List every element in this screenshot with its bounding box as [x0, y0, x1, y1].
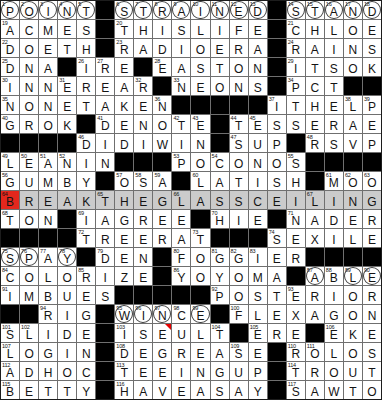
grid-cell[interactable]: O	[230, 286, 248, 304]
grid-cell[interactable]: 75S	[1, 248, 19, 266]
grid-cell[interactable]: G	[77, 305, 95, 323]
grid-cell[interactable]: 5T	[77, 1, 95, 19]
grid-cell[interactable]: 23R	[115, 39, 133, 57]
grid-cell[interactable]: N	[134, 115, 152, 133]
grid-cell[interactable]: 72T	[77, 229, 95, 247]
grid-cell[interactable]: O	[153, 115, 171, 133]
grid-cell[interactable]: W	[325, 381, 343, 399]
grid-cell[interactable]: 11N	[211, 1, 229, 19]
grid-cell[interactable]: 38L	[344, 96, 362, 114]
grid-cell[interactable]: U	[58, 286, 76, 304]
grid-cell[interactable]: S	[211, 191, 229, 209]
grid-cell[interactable]: N	[344, 39, 362, 57]
grid-cell[interactable]: 78Y	[58, 248, 76, 266]
grid-cell[interactable]: V	[153, 381, 171, 399]
grid-cell[interactable]: O	[325, 362, 343, 380]
grid-cell[interactable]: N	[96, 153, 114, 171]
grid-cell[interactable]: 34P	[287, 77, 305, 95]
grid-cell[interactable]: E	[191, 77, 209, 95]
grid-cell[interactable]: O	[211, 77, 229, 95]
grid-cell[interactable]: U	[172, 324, 190, 342]
grid-cell[interactable]: 33N	[172, 77, 190, 95]
grid-cell[interactable]: A	[191, 191, 209, 209]
grid-cell[interactable]: 95W	[115, 305, 133, 323]
grid-cell[interactable]: 42T	[172, 115, 190, 133]
grid-cell[interactable]: E	[172, 381, 190, 399]
grid-cell[interactable]: O	[344, 343, 362, 361]
grid-cell[interactable]: 46D	[77, 134, 95, 152]
grid-cell[interactable]: I	[134, 134, 152, 152]
grid-cell[interactable]: N	[249, 153, 267, 171]
grid-cell[interactable]: E	[344, 210, 362, 228]
grid-cell[interactable]: 22D	[1, 39, 19, 57]
grid-cell[interactable]: A	[134, 39, 152, 57]
grid-cell[interactable]: E	[363, 20, 381, 38]
grid-cell[interactable]: B	[58, 172, 76, 190]
grid-cell[interactable]: T	[287, 96, 305, 114]
grid-cell[interactable]: O	[20, 267, 38, 285]
grid-cell[interactable]: C	[77, 362, 95, 380]
grid-cell[interactable]: I	[172, 362, 190, 380]
grid-cell[interactable]: 109S	[230, 343, 248, 361]
grid-cell[interactable]: I	[172, 39, 190, 57]
grid-cell[interactable]: 2O	[20, 1, 38, 19]
grid-cell[interactable]: E	[77, 324, 95, 342]
grid-cell[interactable]: K	[77, 191, 95, 209]
grid-cell[interactable]: G	[363, 191, 381, 209]
grid-cell[interactable]: 58S	[134, 172, 152, 190]
grid-cell[interactable]: R	[153, 229, 171, 247]
grid-cell[interactable]: P	[249, 362, 267, 380]
grid-cell[interactable]: P	[268, 134, 286, 152]
grid-cell[interactable]: L	[191, 20, 209, 38]
grid-cell[interactable]: R	[325, 115, 343, 133]
grid-cell[interactable]: G	[211, 362, 229, 380]
grid-cell[interactable]: E	[134, 96, 152, 114]
grid-cell[interactable]: 18D	[363, 1, 381, 19]
grid-cell[interactable]: 99E	[191, 305, 209, 323]
grid-cell[interactable]: H	[39, 362, 57, 380]
grid-cell[interactable]: 111O	[306, 343, 324, 361]
grid-cell[interactable]: A	[211, 343, 229, 361]
grid-cell[interactable]: L	[191, 324, 209, 342]
grid-cell[interactable]: E	[287, 324, 305, 342]
grid-cell[interactable]: 70H	[211, 210, 229, 228]
grid-cell[interactable]: E	[363, 115, 381, 133]
grid-cell[interactable]: U	[20, 172, 38, 190]
grid-cell[interactable]: E	[172, 210, 190, 228]
grid-cell[interactable]: S	[325, 58, 343, 76]
grid-cell[interactable]: A	[306, 39, 324, 57]
grid-cell[interactable]: A	[96, 96, 114, 114]
grid-cell[interactable]: V	[344, 134, 362, 152]
grid-cell[interactable]: S	[268, 172, 286, 190]
grid-cell[interactable]: 65T	[96, 191, 114, 209]
grid-cell[interactable]: C	[249, 191, 267, 209]
grid-cell[interactable]: 52N	[58, 153, 76, 171]
grid-cell[interactable]: E	[363, 229, 381, 247]
grid-cell[interactable]: 29I	[287, 58, 305, 76]
grid-cell[interactable]: R	[287, 248, 305, 266]
grid-cell[interactable]: K	[344, 324, 362, 342]
grid-cell[interactable]: E	[287, 229, 305, 247]
grid-cell[interactable]: 105E	[249, 324, 267, 342]
grid-cell[interactable]: 19A	[1, 20, 19, 38]
grid-cell[interactable]: I	[211, 20, 229, 38]
grid-cell[interactable]: 24R	[287, 39, 305, 57]
grid-cell[interactable]: E	[249, 343, 267, 361]
grid-cell[interactable]: U	[230, 362, 248, 380]
grid-cell[interactable]: I	[325, 229, 343, 247]
grid-cell[interactable]: 50E	[20, 153, 38, 171]
grid-cell[interactable]: T	[58, 39, 76, 57]
grid-cell[interactable]: R	[134, 210, 152, 228]
grid-cell[interactable]: S	[230, 191, 248, 209]
grid-cell[interactable]: R	[77, 77, 95, 95]
grid-cell[interactable]: L	[325, 20, 343, 38]
grid-cell[interactable]: 71N	[287, 210, 305, 228]
grid-cell[interactable]: T	[39, 381, 57, 399]
grid-cell[interactable]: 15T	[306, 1, 324, 19]
grid-cell[interactable]: R	[306, 286, 324, 304]
grid-cell[interactable]: S	[363, 343, 381, 361]
grid-cell[interactable]: T	[77, 96, 95, 114]
grid-cell[interactable]: 36N	[153, 96, 171, 114]
grid-cell[interactable]: 80F	[172, 248, 190, 266]
grid-cell[interactable]: 48R	[306, 134, 324, 152]
grid-cell[interactable]: D	[58, 324, 76, 342]
grid-cell[interactable]: A	[115, 77, 133, 95]
grid-cell[interactable]: Y	[77, 381, 95, 399]
grid-cell[interactable]: 102L	[20, 324, 38, 342]
grid-cell[interactable]: E	[268, 248, 286, 266]
grid-cell[interactable]: 68T	[1, 210, 19, 228]
theme-start-red-cell[interactable]: 64B	[1, 191, 19, 209]
grid-cell[interactable]: L	[39, 267, 57, 285]
grid-cell[interactable]: A	[172, 58, 190, 76]
grid-cell[interactable]: K	[58, 115, 76, 133]
grid-cell[interactable]: X	[306, 229, 324, 247]
grid-cell[interactable]: A	[306, 381, 324, 399]
grid-cell[interactable]: H	[306, 20, 324, 38]
grid-cell[interactable]: U	[344, 362, 362, 380]
grid-cell[interactable]: 45E	[249, 115, 267, 133]
grid-cell[interactable]: 30I	[1, 77, 19, 95]
grid-cell[interactable]: E	[134, 229, 152, 247]
grid-cell[interactable]: D	[325, 210, 343, 228]
grid-cell[interactable]: 41D	[96, 115, 114, 133]
grid-cell[interactable]: 14S	[287, 1, 305, 19]
grid-cell[interactable]: 43E	[191, 115, 209, 133]
grid-cell[interactable]: Z	[115, 267, 133, 285]
grid-cell[interactable]: N	[20, 77, 38, 95]
grid-cell[interactable]: C	[20, 20, 38, 38]
grid-cell[interactable]: X	[287, 305, 305, 323]
grid-cell[interactable]: I	[96, 267, 114, 285]
grid-cell[interactable]: N	[39, 210, 57, 228]
grid-cell[interactable]: A	[249, 39, 267, 57]
grid-cell[interactable]: H	[115, 191, 133, 209]
grid-cell[interactable]: E	[249, 20, 267, 38]
grid-cell[interactable]: I	[58, 343, 76, 361]
grid-cell[interactable]: 93E	[287, 286, 305, 304]
grid-cell[interactable]: E	[134, 267, 152, 285]
grid-cell[interactable]: 74S	[268, 229, 286, 247]
grid-cell[interactable]: 13D	[249, 1, 267, 19]
grid-cell[interactable]: E	[268, 305, 286, 323]
grid-cell[interactable]: 21C	[287, 20, 305, 38]
grid-cell[interactable]: R	[20, 191, 38, 209]
grid-cell[interactable]: N	[39, 96, 57, 114]
grid-cell[interactable]: S	[96, 286, 114, 304]
grid-cell[interactable]: G	[153, 343, 171, 361]
grid-cell[interactable]: E	[268, 191, 286, 209]
grid-cell[interactable]: N	[230, 77, 248, 95]
grid-cell[interactable]: O	[191, 248, 209, 266]
grid-cell[interactable]: 1P	[1, 1, 19, 19]
grid-cell[interactable]: G	[153, 191, 171, 209]
grid-cell[interactable]: L	[249, 305, 267, 323]
grid-cell[interactable]: L	[344, 229, 362, 247]
grid-cell[interactable]: R	[306, 362, 324, 380]
grid-cell[interactable]: S	[211, 381, 229, 399]
grid-cell[interactable]: 87A	[306, 267, 324, 285]
grid-cell[interactable]: N	[39, 77, 57, 95]
grid-cell[interactable]: 53P	[172, 153, 190, 171]
grid-cell[interactable]: 20T	[115, 20, 133, 38]
grid-cell[interactable]: E	[153, 324, 171, 342]
grid-cell[interactable]: K	[115, 96, 133, 114]
grid-cell[interactable]: 8R	[153, 1, 171, 19]
grid-cell[interactable]: 16A	[325, 1, 343, 19]
grid-cell[interactable]: 113T	[115, 362, 133, 380]
grid-cell[interactable]: E	[58, 20, 76, 38]
grid-cell[interactable]: R	[230, 39, 248, 57]
grid-cell[interactable]: 37I	[268, 96, 286, 114]
grid-cell[interactable]: 26I	[77, 58, 95, 76]
grid-cell[interactable]: E	[325, 96, 343, 114]
grid-cell[interactable]: 94R	[39, 305, 57, 323]
grid-cell[interactable]: A	[134, 381, 152, 399]
grid-cell[interactable]: 62O	[344, 172, 362, 190]
grid-cell[interactable]: R	[172, 343, 190, 361]
grid-cell[interactable]: 89L	[344, 267, 362, 285]
grid-cell[interactable]: H	[134, 20, 152, 38]
grid-cell[interactable]: 6S	[115, 1, 133, 19]
grid-cell[interactable]: O	[39, 115, 57, 133]
grid-cell[interactable]: 17N	[344, 1, 362, 19]
grid-cell[interactable]: 25D	[1, 58, 19, 76]
grid-cell[interactable]: 55S	[287, 153, 305, 171]
grid-cell[interactable]: N	[134, 248, 152, 266]
grid-cell[interactable]: 85R	[77, 267, 95, 285]
grid-cell[interactable]: 3I	[39, 1, 57, 19]
grid-cell[interactable]: E	[134, 343, 152, 361]
grid-cell[interactable]: 56G	[1, 172, 19, 190]
grid-cell[interactable]: O	[344, 58, 362, 76]
grid-cell[interactable]: M	[39, 20, 57, 38]
grid-cell[interactable]: 117S	[287, 381, 305, 399]
grid-cell[interactable]: 110R	[287, 343, 305, 361]
grid-cell[interactable]: 82G	[230, 248, 248, 266]
grid-cell[interactable]: 44T	[230, 115, 248, 133]
grid-cell[interactable]: E	[134, 362, 152, 380]
grid-cell[interactable]: E	[134, 191, 152, 209]
grid-cell[interactable]: A	[306, 305, 324, 323]
grid-cell[interactable]: 86Y	[172, 267, 190, 285]
grid-cell[interactable]: E	[77, 286, 95, 304]
grid-cell[interactable]: T	[211, 58, 229, 76]
grid-cell[interactable]: U	[249, 134, 267, 152]
grid-cell[interactable]: E	[249, 210, 267, 228]
grid-cell[interactable]: 9A	[172, 1, 190, 19]
grid-cell[interactable]: T	[306, 58, 324, 76]
grid-cell[interactable]: I	[39, 324, 57, 342]
grid-cell[interactable]: 31E	[58, 77, 76, 95]
grid-cell[interactable]: 107L	[1, 343, 19, 361]
grid-cell[interactable]: 69I	[77, 210, 95, 228]
grid-cell[interactable]: E	[115, 115, 133, 133]
grid-cell[interactable]: 90E	[363, 267, 381, 285]
grid-cell[interactable]: E	[363, 324, 381, 342]
grid-cell[interactable]: O	[20, 96, 38, 114]
grid-cell[interactable]: 96I	[134, 305, 152, 323]
grid-cell[interactable]: S	[287, 115, 305, 133]
grid-cell[interactable]: A	[306, 210, 324, 228]
grid-cell[interactable]: 39P	[363, 96, 381, 114]
grid-cell[interactable]: O	[230, 267, 248, 285]
grid-cell[interactable]: R	[96, 229, 114, 247]
grid-cell[interactable]: 40G	[1, 115, 19, 133]
grid-cell[interactable]: G	[115, 210, 133, 228]
grid-cell[interactable]: O	[58, 362, 76, 380]
grid-cell[interactable]: 54C	[211, 153, 229, 171]
grid-cell[interactable]: E	[211, 39, 229, 57]
grid-cell[interactable]: O	[20, 210, 38, 228]
grid-cell[interactable]: I	[249, 172, 267, 190]
grid-cell[interactable]: F	[230, 20, 248, 38]
grid-cell[interactable]: 27R	[96, 58, 114, 76]
grid-cell[interactable]: E	[115, 229, 133, 247]
grid-cell[interactable]: H	[287, 172, 305, 190]
grid-cell[interactable]: N	[191, 134, 209, 152]
grid-cell[interactable]: 10I	[191, 1, 209, 19]
grid-cell[interactable]: R	[363, 210, 381, 228]
grid-cell[interactable]: N	[363, 305, 381, 323]
grid-cell[interactable]: O	[58, 267, 76, 285]
grid-cell[interactable]: 47S	[230, 134, 248, 152]
grid-cell[interactable]: 97N	[153, 305, 171, 323]
grid-cell[interactable]: O	[230, 58, 248, 76]
grid-cell[interactable]: H	[77, 39, 95, 57]
grid-cell[interactable]: 92P	[211, 286, 229, 304]
grid-cell[interactable]: 83I	[249, 248, 267, 266]
grid-cell[interactable]: T	[344, 381, 362, 399]
grid-cell[interactable]: 35N	[1, 96, 19, 114]
grid-cell[interactable]: O	[344, 286, 362, 304]
grid-cell[interactable]: S	[134, 324, 152, 342]
grid-cell[interactable]: 104T	[211, 324, 229, 342]
grid-cell[interactable]: A	[344, 115, 362, 133]
grid-cell[interactable]: 76P	[20, 248, 38, 266]
grid-cell[interactable]: 116H	[115, 381, 133, 399]
grid-cell[interactable]: 49L	[1, 153, 19, 171]
grid-cell[interactable]: E	[58, 96, 76, 114]
grid-cell[interactable]: T	[268, 286, 286, 304]
grid-cell[interactable]: Y	[249, 381, 267, 399]
grid-cell[interactable]: I	[153, 20, 171, 38]
grid-cell[interactable]: O	[268, 153, 286, 171]
grid-cell[interactable]: E	[39, 39, 57, 57]
grid-cell[interactable]: D	[153, 39, 171, 57]
grid-cell[interactable]: I	[96, 134, 114, 152]
grid-cell[interactable]: 28E	[153, 58, 171, 76]
grid-cell[interactable]: G	[39, 343, 57, 361]
grid-cell[interactable]: A	[268, 267, 286, 285]
grid-cell[interactable]: 91I	[1, 286, 19, 304]
grid-cell[interactable]: 60L	[191, 172, 209, 190]
grid-cell[interactable]: E	[191, 343, 209, 361]
grid-cell[interactable]: S	[172, 20, 190, 38]
grid-cell[interactable]: O	[363, 381, 381, 399]
grid-cell[interactable]: A	[211, 172, 229, 190]
grid-cell[interactable]: T	[363, 362, 381, 380]
grid-cell[interactable]: C	[306, 77, 324, 95]
grid-cell[interactable]: 81G	[211, 248, 229, 266]
grid-cell[interactable]: L	[325, 343, 343, 361]
grid-cell[interactable]: 7T	[134, 1, 152, 19]
grid-cell[interactable]: O	[344, 20, 362, 38]
grid-cell[interactable]: I	[172, 134, 190, 152]
grid-cell[interactable]: S	[191, 58, 209, 76]
grid-cell[interactable]: 73T	[191, 229, 209, 247]
grid-cell[interactable]: 100F	[230, 305, 248, 323]
grid-cell[interactable]: S	[268, 115, 286, 133]
grid-cell[interactable]: A	[172, 229, 190, 247]
grid-cell[interactable]: Y	[211, 267, 229, 285]
grid-cell[interactable]: Y	[77, 172, 95, 190]
grid-cell[interactable]: E	[115, 248, 133, 266]
grid-cell[interactable]: I	[287, 191, 305, 209]
grid-cell[interactable]: 103I	[115, 324, 133, 342]
grid-cell[interactable]: O	[230, 153, 248, 171]
grid-cell[interactable]: 4N	[58, 1, 76, 19]
grid-cell[interactable]: 106E	[325, 324, 343, 342]
grid-cell[interactable]: T	[325, 77, 343, 95]
grid-cell[interactable]: 98C	[172, 305, 190, 323]
grid-cell[interactable]: 77A	[39, 248, 57, 266]
grid-cell[interactable]: S	[363, 39, 381, 57]
grid-cell[interactable]: R	[20, 115, 38, 133]
grid-cell[interactable]: H	[306, 96, 324, 114]
grid-cell[interactable]: A	[58, 191, 76, 209]
grid-cell[interactable]: 12E	[230, 1, 248, 19]
grid-cell[interactable]: 67L	[306, 191, 324, 209]
grid-cell[interactable]: 115B	[1, 381, 19, 399]
grid-cell[interactable]: I	[325, 286, 343, 304]
grid-cell[interactable]: W	[153, 134, 171, 152]
grid-cell[interactable]: I	[325, 39, 343, 57]
grid-cell[interactable]: M	[249, 267, 267, 285]
grid-cell[interactable]: 66L	[172, 191, 190, 209]
grid-cell[interactable]: 88B	[325, 267, 343, 285]
grid-cell[interactable]: 51A	[39, 153, 57, 171]
grid-cell[interactable]: S	[249, 286, 267, 304]
grid-cell[interactable]: R	[268, 324, 286, 342]
grid-cell[interactable]: A	[39, 58, 57, 76]
grid-cell[interactable]: N	[191, 362, 209, 380]
grid-cell[interactable]: I	[58, 305, 76, 323]
